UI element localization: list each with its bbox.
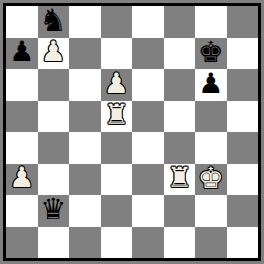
square-e8[interactable] — [132, 6, 164, 38]
square-a6[interactable] — [6, 69, 38, 101]
square-a5[interactable] — [6, 101, 38, 133]
square-a4[interactable] — [6, 132, 38, 164]
board-border: ♞♟♟♚♟♟♜♟♜♚♛ — [3, 3, 261, 261]
square-d1[interactable] — [101, 227, 133, 259]
square-h6[interactable] — [227, 69, 259, 101]
square-d4[interactable] — [101, 132, 133, 164]
white-king-g3[interactable]: ♚ — [198, 164, 224, 193]
black-queen-b2[interactable]: ♛ — [40, 195, 66, 224]
square-h3[interactable] — [227, 164, 259, 196]
square-a8[interactable] — [6, 6, 38, 38]
square-h4[interactable] — [227, 132, 259, 164]
white-pawn-a3[interactable]: ♟ — [9, 164, 34, 192]
square-f7[interactable] — [164, 38, 196, 70]
square-b2[interactable]: ♛ — [38, 195, 70, 227]
square-g5[interactable] — [195, 101, 227, 133]
square-h5[interactable] — [227, 101, 259, 133]
square-e3[interactable] — [132, 164, 164, 196]
square-c4[interactable] — [69, 132, 101, 164]
square-f4[interactable] — [164, 132, 196, 164]
square-f3[interactable]: ♜ — [164, 164, 196, 196]
square-c7[interactable] — [69, 38, 101, 70]
square-f8[interactable] — [164, 6, 196, 38]
square-d7[interactable] — [101, 38, 133, 70]
square-e2[interactable] — [132, 195, 164, 227]
square-c3[interactable] — [69, 164, 101, 196]
black-pawn-a7[interactable]: ♟ — [9, 38, 34, 66]
black-pawn-g6[interactable]: ♟ — [198, 70, 223, 98]
square-a3[interactable]: ♟ — [6, 164, 38, 196]
square-b1[interactable] — [38, 227, 70, 259]
board-frame: ♞♟♟♚♟♟♜♟♜♚♛ — [0, 0, 264, 264]
square-e1[interactable] — [132, 227, 164, 259]
square-h2[interactable] — [227, 195, 259, 227]
square-h1[interactable] — [227, 227, 259, 259]
square-d6[interactable]: ♟ — [101, 69, 133, 101]
square-b8[interactable]: ♞ — [38, 6, 70, 38]
square-b4[interactable] — [38, 132, 70, 164]
square-f2[interactable] — [164, 195, 196, 227]
square-b5[interactable] — [38, 101, 70, 133]
square-a7[interactable]: ♟ — [6, 38, 38, 70]
square-f5[interactable] — [164, 101, 196, 133]
square-a1[interactable] — [6, 227, 38, 259]
square-c5[interactable] — [69, 101, 101, 133]
chess-app: ♞♟♟♚♟♟♜♟♜♚♛ — [0, 0, 264, 264]
square-e6[interactable] — [132, 69, 164, 101]
square-e7[interactable] — [132, 38, 164, 70]
square-c2[interactable] — [69, 195, 101, 227]
square-g6[interactable]: ♟ — [195, 69, 227, 101]
square-e4[interactable] — [132, 132, 164, 164]
square-h8[interactable] — [227, 6, 259, 38]
square-c6[interactable] — [69, 69, 101, 101]
square-f1[interactable] — [164, 227, 196, 259]
square-a2[interactable] — [6, 195, 38, 227]
square-g4[interactable] — [195, 132, 227, 164]
white-rook-f3[interactable]: ♜ — [167, 164, 192, 192]
chess-board: ♞♟♟♚♟♟♜♟♜♚♛ — [6, 6, 258, 258]
white-rook-d5[interactable]: ♜ — [104, 101, 129, 129]
square-e5[interactable] — [132, 101, 164, 133]
square-g8[interactable] — [195, 6, 227, 38]
square-c8[interactable] — [69, 6, 101, 38]
square-g1[interactable] — [195, 227, 227, 259]
square-b6[interactable] — [38, 69, 70, 101]
square-f6[interactable] — [164, 69, 196, 101]
square-b7[interactable]: ♟ — [38, 38, 70, 70]
black-knight-b8[interactable]: ♞ — [39, 5, 67, 36]
square-g7[interactable]: ♚ — [195, 38, 227, 70]
square-d3[interactable] — [101, 164, 133, 196]
square-c1[interactable] — [69, 227, 101, 259]
square-d8[interactable] — [101, 6, 133, 38]
square-h7[interactable] — [227, 38, 259, 70]
square-d2[interactable] — [101, 195, 133, 227]
square-g2[interactable] — [195, 195, 227, 227]
square-d5[interactable]: ♜ — [101, 101, 133, 133]
square-g3[interactable]: ♚ — [195, 164, 227, 196]
white-pawn-d6[interactable]: ♟ — [104, 70, 129, 98]
white-pawn-b7[interactable]: ♟ — [41, 38, 66, 66]
square-b3[interactable] — [38, 164, 70, 196]
black-king-g7[interactable]: ♚ — [198, 38, 224, 67]
